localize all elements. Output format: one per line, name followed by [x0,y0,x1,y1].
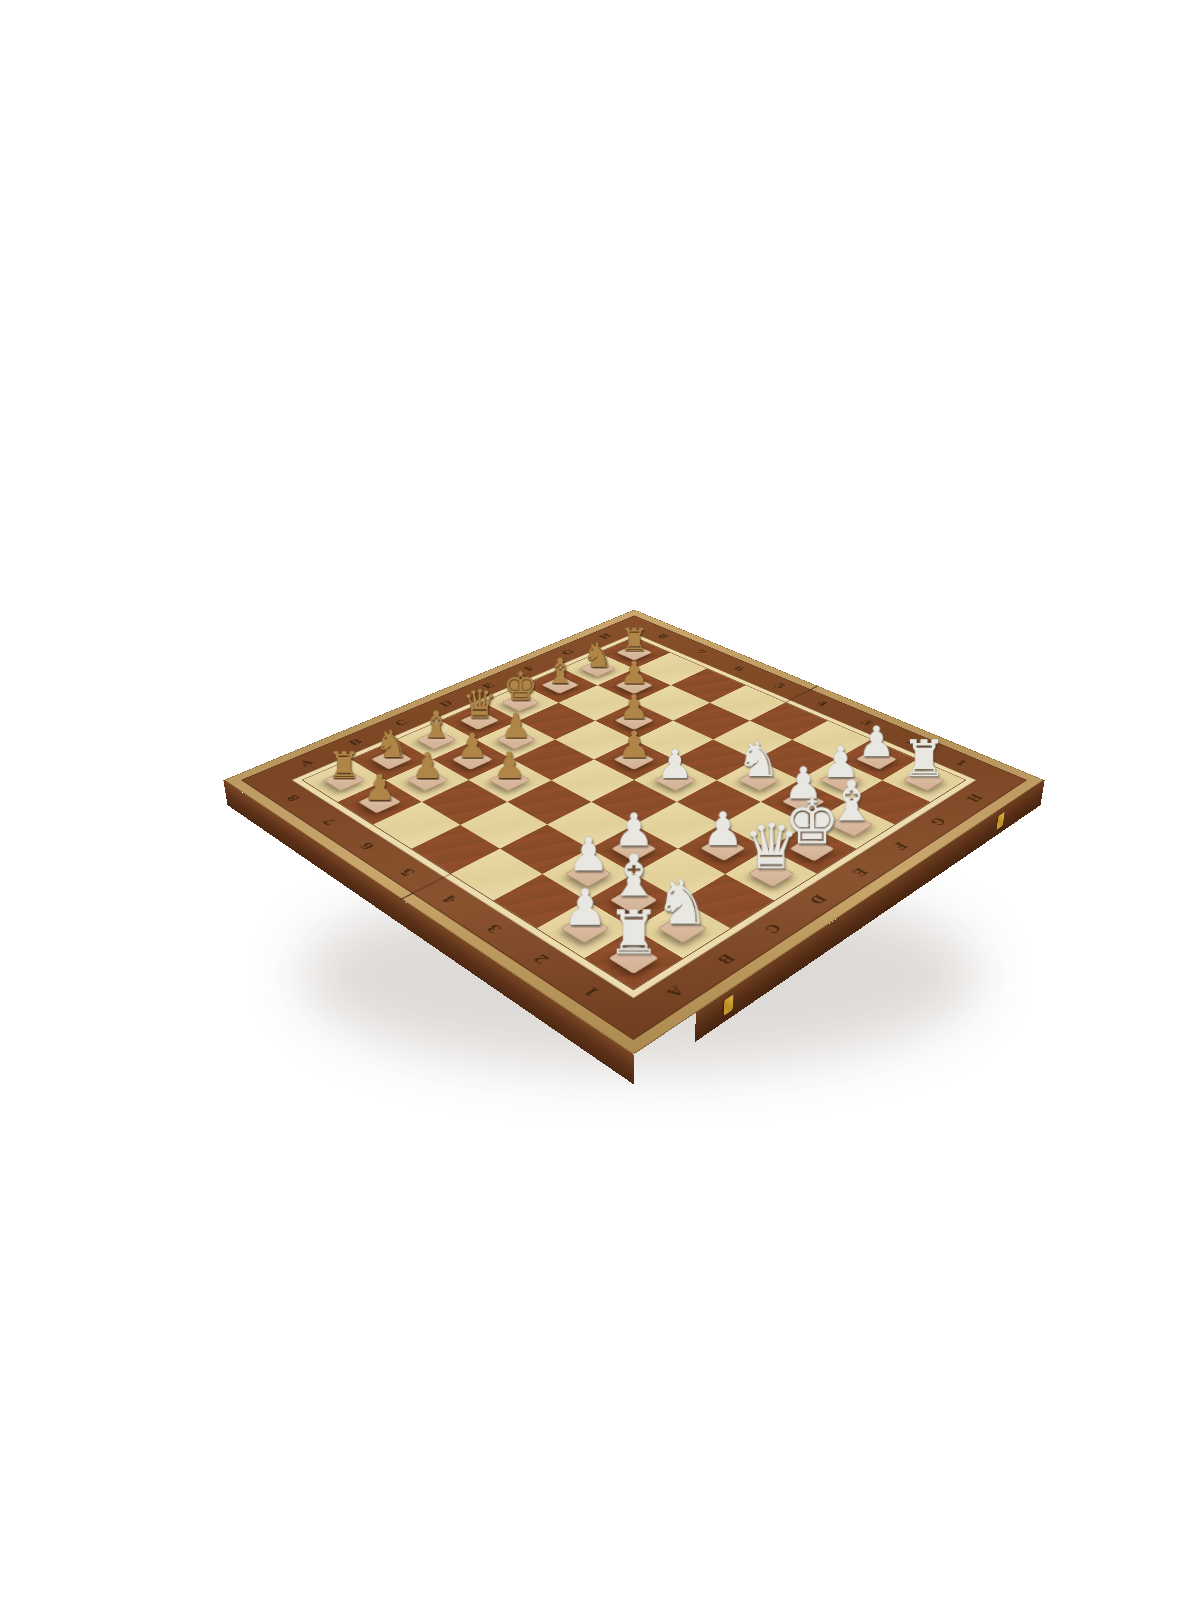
gold-bishop-f8: ♝ [545,654,576,689]
white-pawn-b3: ♟ [567,832,609,878]
gold-pawn-c6: ♟ [494,748,526,784]
gold-rook-a8: ♜ [328,747,361,784]
white-pawn-h2: ♟ [858,721,896,763]
gold-pawn-d7: ♟ [501,710,531,743]
gold-knight-g8: ♞ [583,638,614,672]
chess-board: 87654321 87654321 HGFEDCBA HGFEDCBA ♜♟♜♞… [224,610,1044,1055]
board-grid: ♜♟♜♞♟♟♝♟♞♟♝♚♟♟♚♛♟♟♛♝♟♟♟♞♟♟♝♞♜♟♟♜ [303,637,965,989]
white-rook-h1: ♜ [901,734,946,784]
gold-bishop-c8: ♝ [420,706,453,743]
white-pawn-e4: ♟ [657,744,693,784]
gold-pawn-f6: ♟ [619,691,649,725]
product-photo-stage: 87654321 87654321 HGFEDCBA HGFEDCBA ♜♟♜♞… [0,0,1200,1600]
scene: 87654321 87654321 HGFEDCBA HGFEDCBA ♜♟♜♞… [0,0,1200,1600]
gold-pawn-b7: ♟ [411,749,442,784]
brass-clasp [724,994,734,1015]
white-knight-b1: ♞ [654,871,709,933]
gold-queen-d8: ♛ [462,685,497,724]
gold-pawn-a7: ♟ [364,770,396,806]
white-knight-f3: ♞ [736,735,780,784]
gold-rook-h8: ♜ [620,624,648,656]
gold-pawn-g7: ♟ [620,657,648,688]
brass-clasp [996,812,1004,830]
white-rook-a1: ♜ [607,903,661,963]
white-bishop-b2: ♝ [608,847,660,905]
gold-knight-b8: ♞ [375,725,409,763]
gold-pawn-e5: ♟ [617,726,650,763]
white-queen-d1: ♛ [743,815,799,878]
gold-king-e8: ♚ [503,667,538,706]
white-pawn-a2: ♟ [563,883,608,933]
white-pawn-d2: ♟ [702,807,744,853]
gold-pawn-c7: ♟ [457,729,488,763]
